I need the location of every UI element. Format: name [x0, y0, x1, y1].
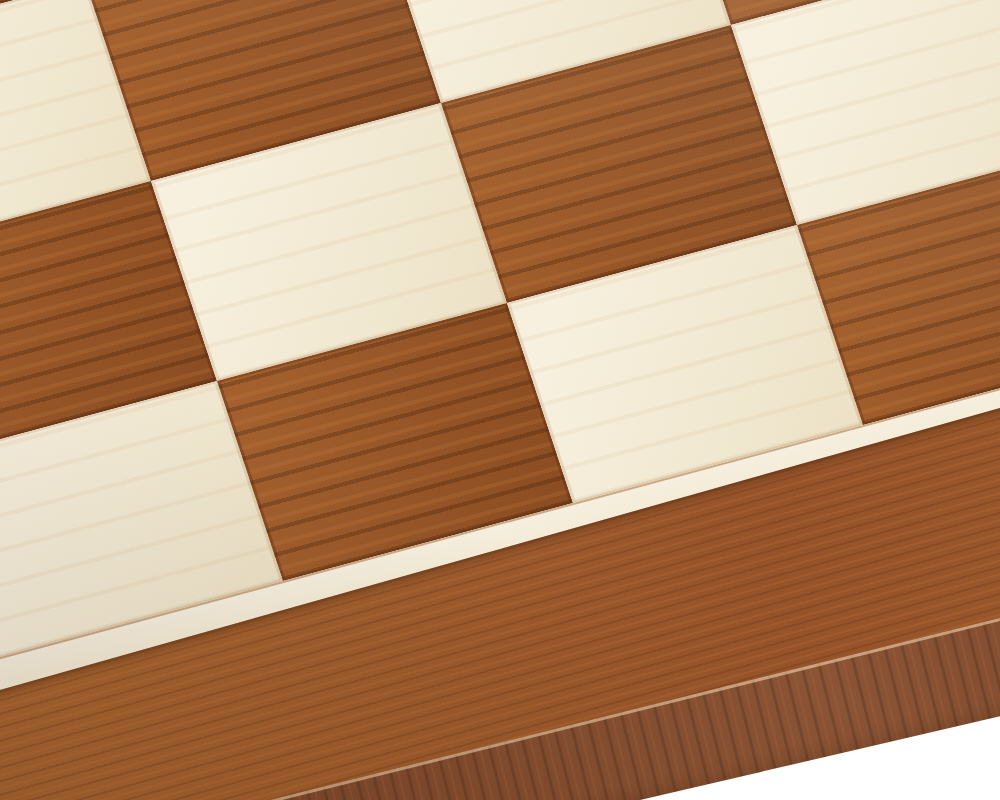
board-photo — [0, 0, 1000, 800]
